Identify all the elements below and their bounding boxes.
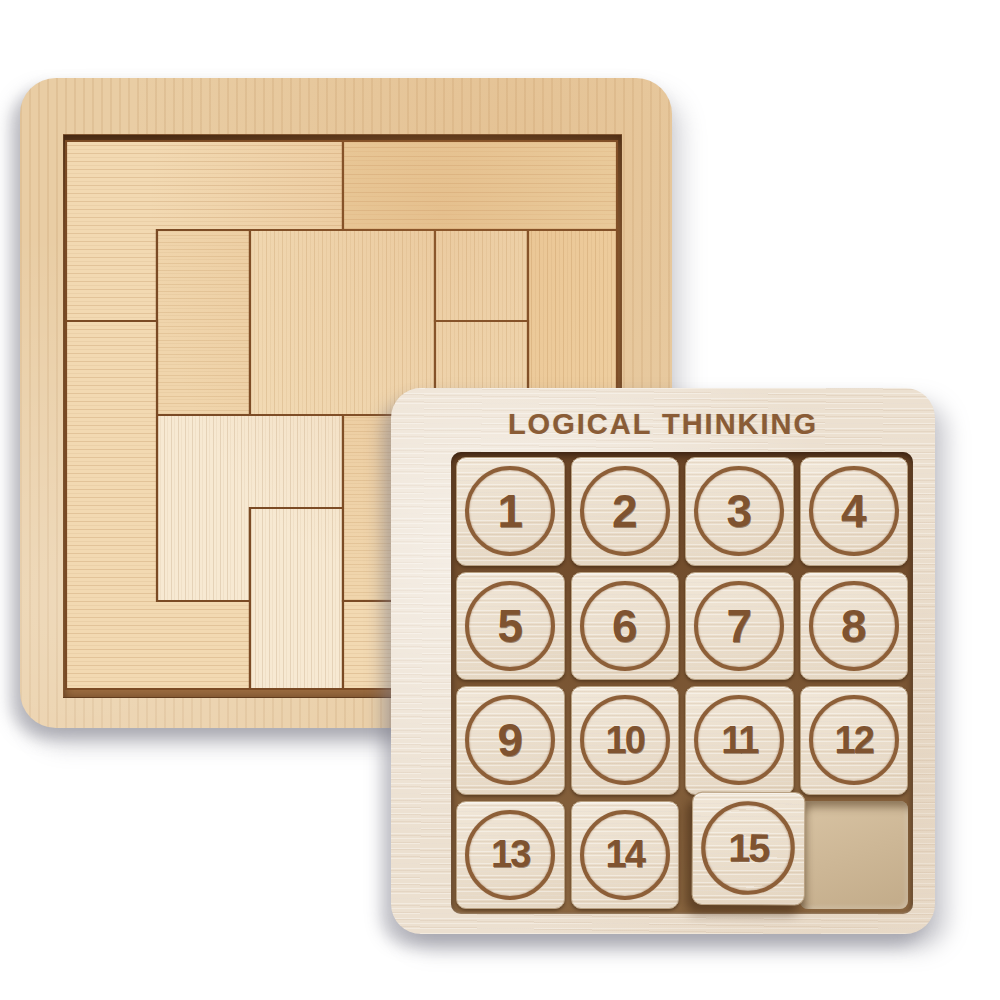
tile-number: 7 <box>726 599 752 653</box>
tile-2[interactable]: 2 <box>571 457 680 566</box>
tile-number: 8 <box>841 599 867 653</box>
tile-8[interactable]: 8 <box>800 572 909 681</box>
piece-top-right-bar[interactable] <box>343 141 617 230</box>
tile-6[interactable]: 6 <box>571 572 680 681</box>
tile-circle: 4 <box>809 466 899 556</box>
tile-number: 2 <box>612 484 638 538</box>
tile-number: 13 <box>491 833 529 876</box>
tile-circle: 8 <box>809 581 899 671</box>
fifteen-tile-grid: 123456789101112131415 <box>451 452 913 914</box>
tile-number: 1 <box>497 484 523 538</box>
tile-number: 11 <box>721 719 757 762</box>
product-photo-stage: LOGICAL THINKING 123456789101112131415 <box>0 0 1000 1000</box>
piece-small-square[interactable] <box>435 230 528 321</box>
tile-7[interactable]: 7 <box>685 572 794 681</box>
tile-circle: 6 <box>580 581 670 671</box>
tile-5[interactable]: 5 <box>456 572 565 681</box>
tile-number: 9 <box>497 713 523 767</box>
tile-circle: 10 <box>580 695 670 785</box>
tile-circle: 1 <box>465 466 555 556</box>
piece-mid-left-rect[interactable] <box>157 230 250 415</box>
tile-circle: 7 <box>694 581 784 671</box>
tile-circle: 12 <box>809 695 899 785</box>
tile-circle: 11 <box>694 695 784 785</box>
empty-slot <box>800 801 909 910</box>
tile-number: 3 <box>726 484 752 538</box>
tile-14[interactable]: 14 <box>571 801 680 910</box>
tile-circle: 2 <box>580 466 670 556</box>
piece-bottom-mid-rect[interactable] <box>250 508 343 689</box>
tile-circle: 9 <box>465 695 555 785</box>
tile-number: 10 <box>606 719 644 762</box>
tile-10[interactable]: 10 <box>571 686 680 795</box>
tile-1[interactable]: 1 <box>456 457 565 566</box>
tile-11[interactable]: 11 <box>685 686 794 795</box>
piece-center-square[interactable] <box>250 230 435 415</box>
tile-4[interactable]: 4 <box>800 457 909 566</box>
tile-number: 5 <box>497 599 523 653</box>
tile-circle: 15 <box>701 801 795 895</box>
tile-number: 12 <box>835 719 873 762</box>
tile-number: 14 <box>606 833 644 876</box>
tile-circle: 13 <box>465 810 555 900</box>
tile-circle: 5 <box>465 581 555 671</box>
tile-9[interactable]: 9 <box>456 686 565 795</box>
tile-13[interactable]: 13 <box>456 801 565 910</box>
tile-number: 4 <box>841 484 867 538</box>
tile-15[interactable]: 15 <box>692 791 805 904</box>
fifteen-puzzle-board: LOGICAL THINKING 123456789101112131415 <box>391 388 935 934</box>
tile-number: 15 <box>728 825 768 870</box>
board-title: LOGICAL THINKING <box>391 402 935 446</box>
tile-12[interactable]: 12 <box>800 686 909 795</box>
tile-3[interactable]: 3 <box>685 457 794 566</box>
tile-circle: 14 <box>580 810 670 900</box>
tile-number: 6 <box>612 599 638 653</box>
tile-circle: 3 <box>694 466 784 556</box>
